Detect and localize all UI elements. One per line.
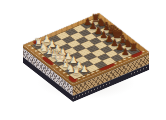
photo-canvas: ♜♟♞♟♝♟♛♟♚♟♟♝♜♟♟♞♞♟♟♜♝♟♟♛♟♚♟♝♟♞♟♜ [0, 0, 166, 120]
